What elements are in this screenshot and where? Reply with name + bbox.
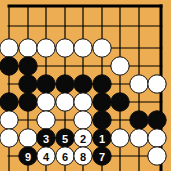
move-number-label: 5 [62,133,68,145]
white-stone[interactable] [130,75,148,93]
go-board[interactable]: 352194687 [0,0,171,171]
white-stone[interactable] [93,39,111,57]
move-number-label: 7 [99,151,105,163]
move-number-label: 4 [43,151,50,163]
black-stone[interactable] [0,93,18,111]
white-stone[interactable] [37,93,55,111]
black-stone[interactable] [19,75,37,93]
move-number-label: 8 [80,151,86,163]
move-number-label: 2 [80,133,86,145]
white-stone[interactable] [74,93,92,111]
black-stone[interactable] [93,93,111,111]
white-stone[interactable] [56,93,74,111]
white-stone[interactable] [0,111,18,129]
black-stone[interactable] [148,111,166,129]
white-stone[interactable] [19,129,37,147]
white-stone[interactable] [111,129,129,147]
black-stone[interactable] [19,57,37,75]
move-number-label: 9 [25,151,31,163]
white-stone[interactable] [19,39,37,57]
go-board-diagram: 352194687 [0,0,171,171]
white-stone[interactable] [148,147,166,165]
black-stone[interactable] [0,57,18,75]
white-stone[interactable] [74,39,92,57]
white-stone[interactable] [37,39,55,57]
black-stone[interactable] [56,75,74,93]
black-stone[interactable] [93,75,111,93]
black-stone[interactable] [37,75,55,93]
white-stone[interactable] [130,129,148,147]
white-stone[interactable] [74,111,92,129]
white-stone[interactable] [0,129,18,147]
white-stone[interactable] [111,57,129,75]
move-number-label: 1 [99,133,105,145]
white-stone[interactable] [56,39,74,57]
black-stone[interactable] [93,111,111,129]
black-stone[interactable] [19,93,37,111]
white-stone[interactable] [0,39,18,57]
white-stone[interactable] [37,111,55,129]
black-stone[interactable] [111,93,129,111]
white-stone[interactable] [148,129,166,147]
white-stone[interactable] [148,75,166,93]
black-stone[interactable] [74,75,92,93]
move-number-label: 6 [62,151,68,163]
move-number-label: 3 [43,133,49,145]
black-stone[interactable] [130,111,148,129]
